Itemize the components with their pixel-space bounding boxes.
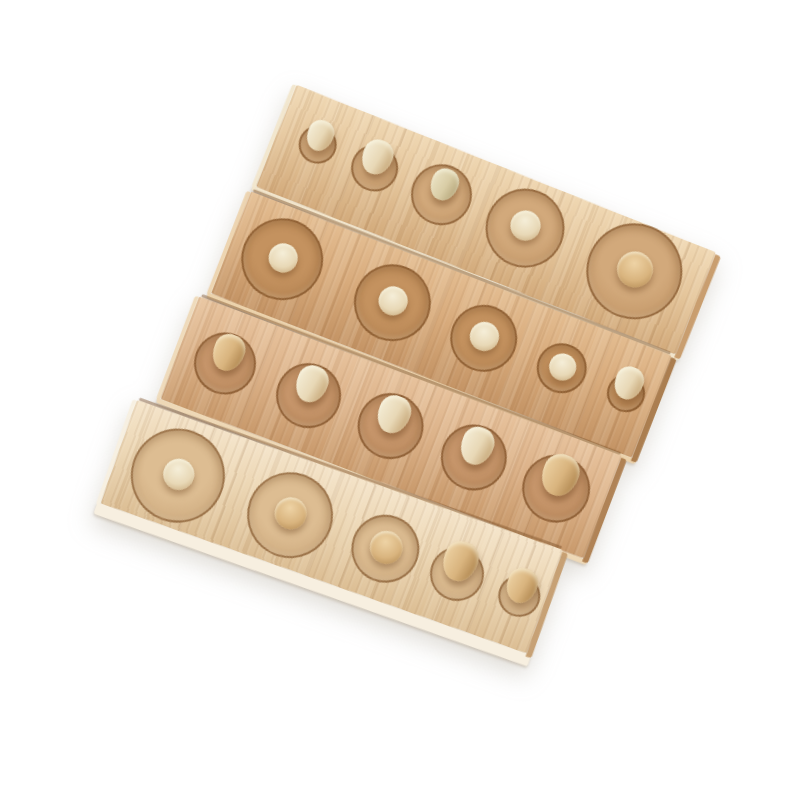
rail-left-face-1: [251, 84, 296, 189]
block2-cylinder-2-knob[interactable]: [374, 281, 412, 319]
block1-cylinder-5-knob[interactable]: [612, 246, 659, 293]
block3-socket-4: [431, 415, 516, 500]
block2-cylinder-5-knob[interactable]: [610, 362, 648, 403]
block1-socket-5: [572, 209, 697, 334]
block1-socket-3: [402, 154, 481, 233]
block2-cylinder-3-knob[interactable]: [465, 317, 503, 355]
block4-cylinder-5-knob[interactable]: [502, 564, 542, 607]
block2-socket-1: [229, 206, 335, 312]
rail-left-face-4: [96, 399, 137, 505]
block2-socket-2: [342, 252, 442, 352]
block1-cylinder-4-knob[interactable]: [506, 206, 545, 245]
rail-left-face-3: [156, 296, 199, 401]
photo-scene: [0, 0, 800, 800]
block2-cylinder-1-knob[interactable]: [264, 239, 302, 277]
block2-socket-4: [529, 336, 594, 401]
block4-cylinder-4-knob[interactable]: [438, 537, 483, 586]
block4-cylinder-1-knob[interactable]: [159, 454, 199, 494]
block3-socket-5: [512, 445, 600, 533]
block4-socket-3: [342, 505, 429, 592]
block4-socket-5: [493, 569, 547, 623]
block4-cylinder-3-knob[interactable]: [365, 526, 407, 568]
block3-socket-1: [185, 324, 265, 404]
block2-cylinder-4-knob[interactable]: [545, 349, 580, 384]
block4-socket-2: [235, 460, 345, 570]
block3-cylinder-5-knob[interactable]: [536, 449, 585, 501]
block1-cylinder-2-knob[interactable]: [357, 135, 398, 179]
block4-socket-4: [423, 540, 492, 609]
block2-socket-3: [440, 294, 527, 381]
cylinder-stack: [114, 80, 698, 664]
block2-socket-5: [601, 369, 650, 418]
block4-cylinder-2-knob[interactable]: [270, 493, 311, 534]
block1-socket-4: [473, 176, 576, 279]
block3-cylinder-2-knob[interactable]: [291, 361, 333, 407]
block3-socket-3: [348, 384, 433, 469]
rail-end-face-3: [582, 458, 627, 564]
block1-cylinder-1-knob[interactable]: [303, 116, 339, 154]
block3-cylinder-3-knob[interactable]: [372, 391, 415, 438]
block1-socket-1: [293, 120, 342, 169]
block3-cylinder-1-knob[interactable]: [207, 329, 249, 375]
block3-cylinder-4-knob[interactable]: [455, 423, 498, 470]
block1-cylinder-3-knob[interactable]: [426, 165, 463, 205]
block3-socket-2: [266, 353, 350, 437]
block1-socket-2: [344, 137, 405, 198]
